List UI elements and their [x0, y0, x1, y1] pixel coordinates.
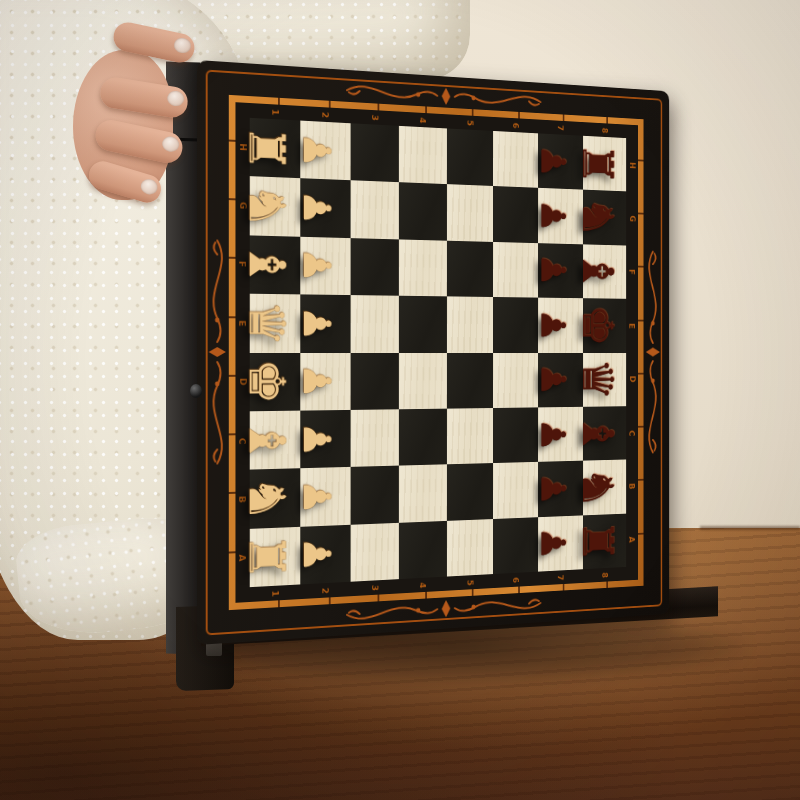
square-e2: ♟ [301, 295, 351, 353]
square-f4 [399, 239, 446, 296]
black-pawn: ♟ [536, 144, 570, 179]
square-g4 [399, 183, 446, 241]
coordinate-label: D [626, 353, 638, 407]
square-a8: ♜ [583, 513, 626, 569]
square-d2: ♟ [301, 353, 351, 411]
square-b5 [446, 463, 492, 520]
white-pawn: ♟ [298, 478, 336, 515]
white-pawn: ♟ [298, 306, 336, 342]
square-a6 [493, 517, 538, 574]
black-queen: ♛ [576, 358, 619, 401]
square-e4 [399, 296, 446, 353]
veneer-frame: 12345678 12345678 HGFEDCBA HGFEDCBA ♜♟♟♜… [229, 95, 644, 610]
square-a1: ♜ [250, 526, 301, 587]
coordinate-label: G [626, 192, 638, 246]
black-pawn: ♟ [536, 526, 570, 561]
coordinate-label: 5 [446, 574, 492, 591]
square-c6 [493, 407, 538, 463]
black-knight: ♞ [576, 465, 619, 510]
square-f8: ♝ [583, 244, 626, 299]
black-rook: ♜ [576, 141, 619, 186]
square-g5 [446, 184, 492, 241]
square-b8: ♞ [583, 460, 626, 515]
hand [55, 22, 215, 222]
coordinate-label: 2 [301, 582, 351, 599]
coordinate-label: C [626, 406, 638, 460]
square-h4 [399, 126, 446, 185]
black-bishop: ♝ [576, 412, 619, 456]
white-pawn: ♟ [298, 421, 336, 458]
square-f1: ♝ [250, 235, 301, 294]
square-d6 [493, 353, 538, 408]
square-h5 [446, 128, 492, 186]
black-pawn: ♟ [536, 472, 570, 507]
black-knight: ♞ [576, 195, 619, 240]
coordinate-label: 8 [583, 567, 626, 583]
white-pawn: ♟ [298, 131, 336, 169]
white-pawn: ♟ [298, 363, 336, 399]
black-pawn: ♟ [536, 417, 570, 451]
white-rook: ♜ [242, 533, 292, 582]
square-h1: ♜ [250, 118, 301, 179]
black-pawn: ♟ [536, 253, 570, 287]
coordinate-label: B [626, 459, 638, 513]
square-e1: ♛ [250, 294, 301, 353]
square-e8: ♚ [583, 298, 626, 352]
square-f2: ♟ [301, 237, 351, 296]
square-f3 [350, 238, 399, 296]
square-a5 [446, 519, 492, 577]
square-h6 [493, 131, 538, 188]
square-g3 [350, 181, 399, 240]
black-king: ♚ [576, 304, 619, 347]
square-d8: ♛ [583, 353, 626, 407]
white-knight: ♞ [242, 474, 292, 522]
square-a4 [399, 521, 446, 580]
white-bishop: ♝ [242, 416, 292, 464]
square-d5 [446, 353, 492, 409]
white-knight: ♞ [242, 182, 292, 230]
coordinate-label: H [626, 138, 638, 192]
square-e5 [446, 296, 492, 352]
scrollwork-icon [206, 232, 229, 472]
coordinate-area: 12345678 12345678 HGFEDCBA HGFEDCBA ♜♟♟♜… [235, 102, 638, 603]
square-d3 [350, 353, 399, 410]
square-b2: ♟ [301, 467, 351, 526]
square-b6 [493, 462, 538, 519]
checkerboard-grid: ♜♟♟♜♞♟♟♞♝♟♟♝♛♟♟♚♚♟♟♛♝♟♟♝♞♟♟♞♜♟♟♜ [250, 118, 626, 587]
square-c8: ♝ [583, 406, 626, 461]
latch-knob [190, 384, 202, 398]
flourish-ornament-left [206, 232, 229, 472]
white-pawn: ♟ [298, 248, 336, 285]
coordinate-label: F [626, 245, 638, 299]
white-queen: ♛ [242, 300, 292, 347]
black-pawn: ♟ [536, 363, 570, 397]
square-f5 [446, 240, 492, 297]
square-a3 [350, 522, 399, 581]
square-e6 [493, 297, 538, 352]
square-a2: ♟ [301, 524, 351, 584]
coordinate-label: 4 [399, 577, 446, 594]
square-b4 [399, 465, 446, 523]
coordinate-label: 6 [493, 572, 538, 588]
coordinate-label: 7 [538, 569, 582, 585]
square-g1: ♞ [250, 177, 301, 237]
white-rook: ♜ [242, 123, 292, 172]
square-g6 [493, 186, 538, 243]
square-c3 [350, 409, 399, 467]
square-b1: ♞ [250, 468, 301, 528]
square-e3 [350, 295, 399, 352]
coordinate-label: A [626, 513, 638, 567]
square-h2: ♟ [301, 121, 351, 181]
white-king: ♚ [242, 358, 292, 405]
square-h3 [350, 123, 399, 182]
black-bishop: ♝ [576, 249, 619, 293]
square-c1: ♝ [250, 410, 301, 469]
black-rook: ♜ [576, 519, 619, 564]
scrollwork-icon [644, 244, 663, 460]
square-d1: ♚ [250, 353, 301, 412]
square-c4 [399, 409, 446, 466]
square-f6 [493, 242, 538, 298]
white-pawn: ♟ [298, 536, 336, 574]
square-b3 [350, 466, 399, 525]
square-c2: ♟ [301, 410, 351, 469]
chess-board: 12345678 12345678 HGFEDCBA HGFEDCBA ♜♟♟♜… [197, 60, 669, 645]
square-c5 [446, 408, 492, 465]
black-pawn: ♟ [536, 308, 570, 342]
square-g2: ♟ [301, 179, 351, 238]
coordinate-label: E [626, 299, 638, 353]
white-pawn: ♟ [298, 189, 336, 226]
white-bishop: ♝ [242, 241, 292, 289]
coordinate-label: 3 [350, 579, 399, 596]
square-d4 [399, 353, 446, 410]
square-g8: ♞ [583, 190, 626, 245]
black-pawn: ♟ [536, 198, 570, 233]
flourish-ornament-right [644, 244, 663, 460]
square-h8: ♜ [583, 136, 626, 192]
table-wall-edge [700, 526, 800, 530]
file-labels-right: HGFEDCBA [626, 138, 638, 567]
coordinate-label: 1 [250, 584, 301, 602]
